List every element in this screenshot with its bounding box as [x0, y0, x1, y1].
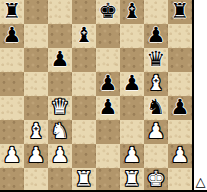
- square-b2[interactable]: ♟: [24, 144, 48, 168]
- square-c7[interactable]: [48, 24, 72, 48]
- square-e5[interactable]: ♟: [96, 72, 120, 96]
- square-c8[interactable]: [48, 0, 72, 24]
- black-pawn[interactable]: ♟: [51, 48, 70, 71]
- board-bottom-border: [0, 190, 207, 192]
- black-pawn[interactable]: ♟: [99, 72, 118, 95]
- black-pawn[interactable]: ♟: [123, 72, 142, 95]
- square-a1[interactable]: [0, 168, 24, 192]
- black-bishop[interactable]: ♝: [123, 0, 142, 23]
- square-d7[interactable]: ♝: [72, 24, 96, 48]
- square-g5[interactable]: ♝: [144, 72, 168, 96]
- square-e2[interactable]: [96, 144, 120, 168]
- square-b4[interactable]: [24, 96, 48, 120]
- black-pawn[interactable]: ♟: [147, 24, 166, 47]
- square-h1[interactable]: [168, 168, 192, 192]
- square-f8[interactable]: ♝: [120, 0, 144, 24]
- square-a5[interactable]: [0, 72, 24, 96]
- square-c6[interactable]: ♟: [48, 48, 72, 72]
- square-e8[interactable]: ♚: [96, 0, 120, 24]
- square-f3[interactable]: [120, 120, 144, 144]
- white-pawn[interactable]: ♟: [123, 144, 142, 167]
- square-h4[interactable]: ♟: [168, 96, 192, 120]
- square-b7[interactable]: [24, 24, 48, 48]
- white-pawn[interactable]: ♟: [3, 144, 22, 167]
- square-b5[interactable]: [24, 72, 48, 96]
- black-bishop[interactable]: ♝: [75, 24, 94, 47]
- black-rook[interactable]: ♜: [171, 0, 190, 23]
- black-king[interactable]: ♚: [99, 0, 118, 23]
- white-queen[interactable]: ♛: [51, 96, 70, 119]
- white-bishop[interactable]: ♝: [147, 72, 166, 95]
- white-pawn[interactable]: ♟: [171, 144, 190, 167]
- square-e1[interactable]: [96, 168, 120, 192]
- square-h2[interactable]: ♟: [168, 144, 192, 168]
- square-f7[interactable]: [120, 24, 144, 48]
- white-to-move-triangle-icon: △: [196, 175, 206, 188]
- black-pawn[interactable]: ♟: [171, 96, 190, 119]
- square-g6[interactable]: ♛: [144, 48, 168, 72]
- square-d5[interactable]: [72, 72, 96, 96]
- white-king[interactable]: ♚: [147, 168, 166, 191]
- chess-board: ♜♚♝♜♟♝♟♟♛♟♟♝♛♟♞♟♝♞♟♟♟♟♟♟♜♜♚: [0, 0, 192, 192]
- square-d4[interactable]: [72, 96, 96, 120]
- square-b3[interactable]: ♝: [24, 120, 48, 144]
- square-h3[interactable]: [168, 120, 192, 144]
- white-knight[interactable]: ♞: [51, 120, 70, 143]
- square-h7[interactable]: [168, 24, 192, 48]
- white-pawn[interactable]: ♟: [51, 144, 70, 167]
- square-c2[interactable]: ♟: [48, 144, 72, 168]
- black-knight[interactable]: ♞: [147, 96, 166, 119]
- square-c4[interactable]: ♛: [48, 96, 72, 120]
- white-rook[interactable]: ♜: [75, 168, 94, 191]
- black-pawn[interactable]: ♟: [3, 24, 22, 47]
- square-g1[interactable]: ♚: [144, 168, 168, 192]
- square-e7[interactable]: [96, 24, 120, 48]
- square-d8[interactable]: [72, 0, 96, 24]
- square-a6[interactable]: [0, 48, 24, 72]
- side-panel: △: [192, 0, 207, 192]
- square-g2[interactable]: [144, 144, 168, 168]
- white-pawn[interactable]: ♟: [27, 144, 46, 167]
- square-a7[interactable]: ♟: [0, 24, 24, 48]
- square-h8[interactable]: ♜: [168, 0, 192, 24]
- square-d6[interactable]: [72, 48, 96, 72]
- square-b8[interactable]: [24, 0, 48, 24]
- square-d3[interactable]: [72, 120, 96, 144]
- square-g8[interactable]: [144, 0, 168, 24]
- square-a4[interactable]: [0, 96, 24, 120]
- square-d2[interactable]: [72, 144, 96, 168]
- square-h5[interactable]: [168, 72, 192, 96]
- square-e6[interactable]: [96, 48, 120, 72]
- square-b1[interactable]: [24, 168, 48, 192]
- square-g3[interactable]: ♟: [144, 120, 168, 144]
- square-f4[interactable]: [120, 96, 144, 120]
- square-h6[interactable]: [168, 48, 192, 72]
- square-f1[interactable]: ♜: [120, 168, 144, 192]
- black-pawn[interactable]: ♟: [99, 96, 118, 119]
- chess-app-window: ♜♚♝♜♟♝♟♟♛♟♟♝♛♟♞♟♝♞♟♟♟♟♟♟♜♜♚ △: [0, 0, 207, 192]
- white-pawn[interactable]: ♟: [147, 120, 166, 143]
- square-c1[interactable]: [48, 168, 72, 192]
- black-queen[interactable]: ♛: [147, 48, 166, 71]
- square-f2[interactable]: ♟: [120, 144, 144, 168]
- square-f6[interactable]: [120, 48, 144, 72]
- square-f5[interactable]: ♟: [120, 72, 144, 96]
- square-e4[interactable]: ♟: [96, 96, 120, 120]
- square-e3[interactable]: [96, 120, 120, 144]
- black-rook[interactable]: ♜: [3, 0, 22, 23]
- white-rook[interactable]: ♜: [123, 168, 142, 191]
- white-bishop[interactable]: ♝: [27, 120, 46, 143]
- square-c3[interactable]: ♞: [48, 120, 72, 144]
- square-b6[interactable]: [24, 48, 48, 72]
- square-d1[interactable]: ♜: [72, 168, 96, 192]
- square-a2[interactable]: ♟: [0, 144, 24, 168]
- square-g4[interactable]: ♞: [144, 96, 168, 120]
- square-a8[interactable]: ♜: [0, 0, 24, 24]
- square-c5[interactable]: [48, 72, 72, 96]
- square-g7[interactable]: ♟: [144, 24, 168, 48]
- square-a3[interactable]: [0, 120, 24, 144]
